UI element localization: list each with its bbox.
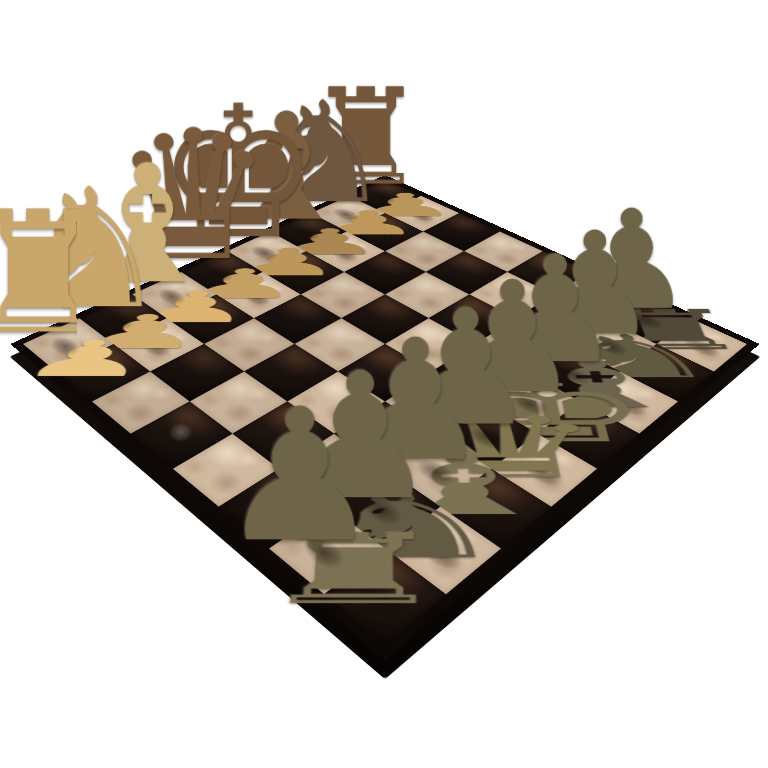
chess-board: ♜♟♟♜♞♟♟♞♝♟♟♝♚♟♟♚♛♟♟♛♝♟♟♝♞♟♟♞♜♟♟♜ xyxy=(10,175,760,660)
black-rook[interactable]: ♜ xyxy=(0,190,171,358)
product-photo: ♜♟♟♜♞♟♟♞♝♟♟♝♚♟♟♚♛♟♟♛♝♟♟♝♞♟♟♞♜♟♟♜ xyxy=(0,0,768,768)
board-squares: ♜♟♟♜♞♟♟♞♝♟♟♝♚♟♟♚♛♟♟♛♝♟♟♝♞♟♟♞♜♟♟♜ xyxy=(23,179,747,645)
white-pawn[interactable]: ♟ xyxy=(130,385,470,568)
